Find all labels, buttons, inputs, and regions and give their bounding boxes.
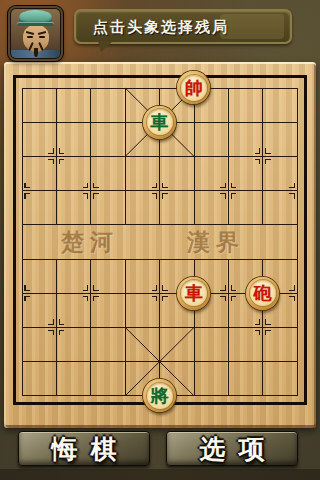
portrait-mustache — [38, 42, 43, 51]
portrait-eye — [27, 36, 33, 38]
piece-face: 砲 — [250, 280, 276, 306]
piece-face: 將 — [147, 383, 173, 409]
piece-green-chariot[interactable]: 車 — [143, 106, 176, 139]
portrait-eye — [39, 36, 45, 38]
piece-character: 帥 — [185, 79, 203, 97]
piece-character: 車 — [185, 284, 203, 302]
undo-button[interactable]: 悔棋 — [18, 431, 150, 466]
avatar-button[interactable] — [8, 6, 63, 61]
options-button[interactable]: 选项 — [166, 431, 298, 466]
xiangqi-board[interactable]: 楚河 漢界 帥車車砲將 — [4, 62, 316, 428]
bottom-shade — [0, 470, 320, 480]
portrait-brow — [38, 31, 46, 35]
piece-character: 將 — [151, 387, 169, 405]
header: 点击头象选择残局 — [0, 0, 320, 62]
portrait-goatee — [34, 48, 38, 57]
portrait-face — [23, 25, 49, 52]
bubble-tail-icon — [98, 41, 113, 52]
toolbar: 悔棋 选项 — [0, 430, 320, 468]
bubble-text: 点击头象选择残局 — [93, 11, 229, 42]
piece-red-general[interactable]: 帥 — [177, 71, 210, 104]
piece-character: 砲 — [254, 284, 272, 302]
portrait-mustache — [28, 42, 33, 51]
options-button-label: 选项 — [187, 436, 278, 462]
general-portrait — [11, 9, 60, 58]
portrait-hatband — [17, 22, 54, 26]
portrait-brow — [26, 31, 34, 35]
undo-button-label: 悔棋 — [39, 436, 130, 462]
piece-character: 車 — [151, 113, 169, 131]
app-screen: 点击头象选择残局 楚河 漢界 帥車車砲將 悔棋 选项 — [0, 0, 320, 480]
piece-face: 車 — [147, 109, 173, 135]
piece-red-cannon[interactable]: 砲 — [246, 277, 279, 310]
piece-face: 車 — [181, 280, 207, 306]
piece-face: 帥 — [181, 75, 207, 101]
piece-red-chariot[interactable]: 車 — [177, 277, 210, 310]
piece-green-general[interactable]: 將 — [143, 379, 176, 412]
speech-bubble: 点击头象选择残局 — [74, 9, 292, 44]
board-grid: 帥車車砲將 — [5, 71, 315, 413]
